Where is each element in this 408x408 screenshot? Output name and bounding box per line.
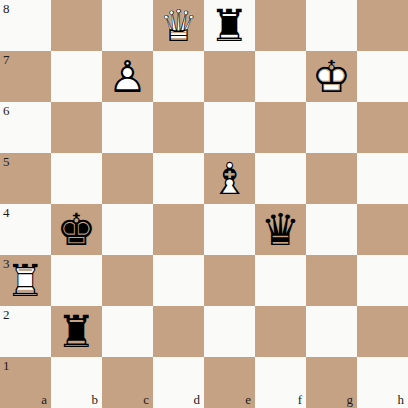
square-g2[interactable] xyxy=(306,306,357,357)
square-c3[interactable] xyxy=(102,255,153,306)
rank-label: 8 xyxy=(3,2,10,15)
square-h6[interactable] xyxy=(357,102,408,153)
square-b1[interactable]: b xyxy=(51,357,102,408)
square-d6[interactable] xyxy=(153,102,204,153)
square-a3[interactable]: 3♜♖ xyxy=(0,255,51,306)
square-f2[interactable] xyxy=(255,306,306,357)
square-f5[interactable] xyxy=(255,153,306,204)
rank-label: 5 xyxy=(3,155,10,168)
rank-label: 7 xyxy=(3,53,10,66)
square-g4[interactable] xyxy=(306,204,357,255)
square-f3[interactable] xyxy=(255,255,306,306)
white-rook[interactable]: ♜♖ xyxy=(2,257,50,305)
black-rook[interactable]: ♜ xyxy=(53,308,101,356)
square-f7[interactable] xyxy=(255,51,306,102)
square-h3[interactable] xyxy=(357,255,408,306)
square-e2[interactable] xyxy=(204,306,255,357)
rank-label: 2 xyxy=(3,308,10,321)
square-b7[interactable] xyxy=(51,51,102,102)
square-g3[interactable] xyxy=(306,255,357,306)
rank-label: 1 xyxy=(3,359,10,372)
square-d8[interactable]: ♛♕ xyxy=(153,0,204,51)
file-label: c xyxy=(143,393,149,406)
square-b5[interactable] xyxy=(51,153,102,204)
black-king[interactable]: ♚ xyxy=(53,206,101,254)
square-e5[interactable]: ♝♗ xyxy=(204,153,255,204)
square-a7[interactable]: 7 xyxy=(0,51,51,102)
white-king[interactable]: ♚♔ xyxy=(308,53,356,101)
square-h7[interactable] xyxy=(357,51,408,102)
square-c5[interactable] xyxy=(102,153,153,204)
square-e3[interactable] xyxy=(204,255,255,306)
chess-board: 8♛♕♜7♟♙♚♔65♝♗4♚♛3♜♖2♜1abcdefgh xyxy=(0,0,408,408)
square-a6[interactable]: 6 xyxy=(0,102,51,153)
square-c8[interactable] xyxy=(102,0,153,51)
square-g5[interactable] xyxy=(306,153,357,204)
square-d3[interactable] xyxy=(153,255,204,306)
square-f8[interactable] xyxy=(255,0,306,51)
square-f6[interactable] xyxy=(255,102,306,153)
square-e7[interactable] xyxy=(204,51,255,102)
square-b4[interactable]: ♚ xyxy=(51,204,102,255)
square-b8[interactable] xyxy=(51,0,102,51)
square-g6[interactable] xyxy=(306,102,357,153)
square-g7[interactable]: ♚♔ xyxy=(306,51,357,102)
square-c1[interactable]: c xyxy=(102,357,153,408)
black-queen[interactable]: ♛ xyxy=(257,206,305,254)
square-f1[interactable]: f xyxy=(255,357,306,408)
square-d2[interactable] xyxy=(153,306,204,357)
square-g1[interactable]: g xyxy=(306,357,357,408)
square-d4[interactable] xyxy=(153,204,204,255)
square-c7[interactable]: ♟♙ xyxy=(102,51,153,102)
file-label: e xyxy=(245,393,251,406)
square-f4[interactable]: ♛ xyxy=(255,204,306,255)
square-h8[interactable] xyxy=(357,0,408,51)
square-g8[interactable] xyxy=(306,0,357,51)
square-h4[interactable] xyxy=(357,204,408,255)
black-rook[interactable]: ♜ xyxy=(206,2,254,50)
square-h5[interactable] xyxy=(357,153,408,204)
square-e1[interactable]: e xyxy=(204,357,255,408)
white-bishop[interactable]: ♝♗ xyxy=(206,155,254,203)
square-a1[interactable]: 1a xyxy=(0,357,51,408)
square-c4[interactable] xyxy=(102,204,153,255)
square-a2[interactable]: 2 xyxy=(0,306,51,357)
square-e4[interactable] xyxy=(204,204,255,255)
square-a4[interactable]: 4 xyxy=(0,204,51,255)
square-a8[interactable]: 8 xyxy=(0,0,51,51)
square-b6[interactable] xyxy=(51,102,102,153)
square-d1[interactable]: d xyxy=(153,357,204,408)
square-d7[interactable] xyxy=(153,51,204,102)
white-queen[interactable]: ♛♕ xyxy=(155,2,203,50)
file-label: g xyxy=(347,393,354,406)
white-pawn[interactable]: ♟♙ xyxy=(104,53,152,101)
rank-label: 6 xyxy=(3,104,10,117)
file-label: d xyxy=(194,393,201,406)
square-e6[interactable] xyxy=(204,102,255,153)
square-h2[interactable] xyxy=(357,306,408,357)
file-label: f xyxy=(298,393,302,406)
file-label: h xyxy=(398,393,405,406)
square-b3[interactable] xyxy=(51,255,102,306)
rank-label: 4 xyxy=(3,206,10,219)
square-h1[interactable]: h xyxy=(357,357,408,408)
square-a5[interactable]: 5 xyxy=(0,153,51,204)
square-c6[interactable] xyxy=(102,102,153,153)
file-label: a xyxy=(41,393,47,406)
file-label: b xyxy=(92,393,99,406)
square-e8[interactable]: ♜ xyxy=(204,0,255,51)
square-b2[interactable]: ♜ xyxy=(51,306,102,357)
square-c2[interactable] xyxy=(102,306,153,357)
square-d5[interactable] xyxy=(153,153,204,204)
